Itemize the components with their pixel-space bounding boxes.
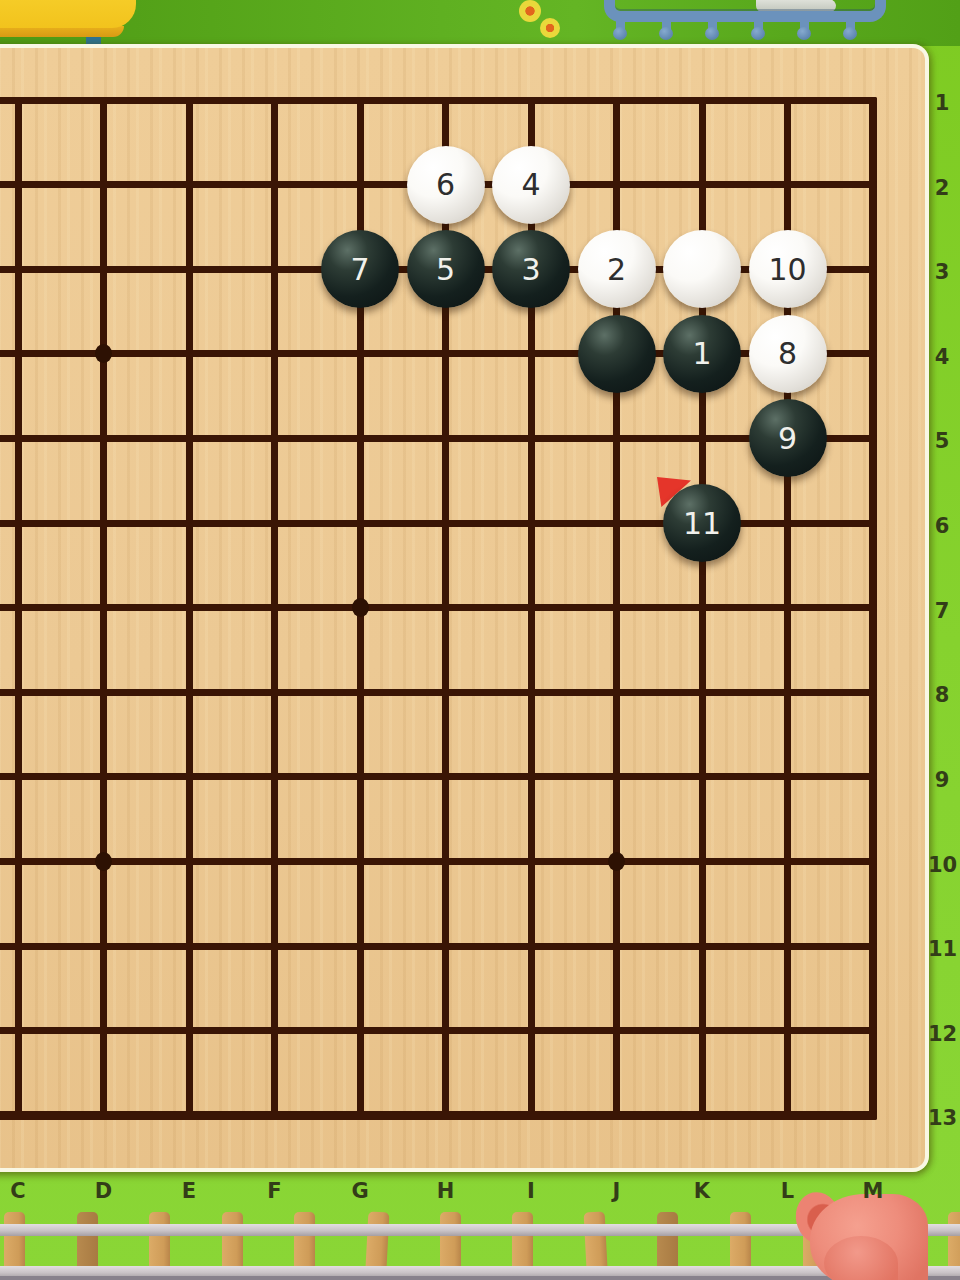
col-label-E: E: [173, 1178, 205, 1204]
stone-black-J4[interactable]: [578, 315, 656, 393]
row-label-2: 2: [928, 175, 956, 201]
stone-black-K6[interactable]: 11: [663, 484, 741, 562]
star-point-D4: [95, 344, 112, 363]
col-label-L: L: [772, 1178, 804, 1204]
grid-line-row-9: [0, 773, 877, 780]
stone-white-K3[interactable]: [663, 230, 741, 308]
grid-line-row-10: [0, 858, 877, 865]
star-point-G7: [352, 598, 369, 617]
stone-black-K4[interactable]: 1: [663, 315, 741, 393]
stone-black-H3[interactable]: 5: [407, 230, 485, 308]
row-label-13: 13: [928, 1105, 956, 1131]
grid-line-row-13: [0, 1111, 877, 1120]
row-label-6: 6: [928, 513, 956, 539]
stone-white-L4[interactable]: 8: [749, 315, 827, 393]
stone-black-I3[interactable]: 3: [492, 230, 570, 308]
row-label-9: 9: [928, 767, 956, 793]
stone-white-H2[interactable]: 6: [407, 146, 485, 224]
stone-black-G3[interactable]: 7: [321, 230, 399, 308]
stone-white-L3[interactable]: 10: [749, 230, 827, 308]
row-label-4: 4: [928, 344, 956, 370]
grid-line-row-5: [0, 435, 877, 442]
star-point-D10: [95, 852, 112, 871]
grid-line-row-12: [0, 1027, 877, 1034]
col-label-I: I: [515, 1178, 547, 1204]
col-label-J: J: [601, 1178, 633, 1204]
stone-white-J3[interactable]: 2: [578, 230, 656, 308]
stone-black-L5[interactable]: 9: [749, 399, 827, 477]
row-label-12: 12: [928, 1021, 956, 1047]
row-label-1: 1: [928, 90, 956, 116]
col-label-K: K: [686, 1178, 718, 1204]
row-label-10: 10: [928, 852, 956, 878]
stone-white-I2[interactable]: 4: [492, 146, 570, 224]
row-label-7: 7: [928, 598, 956, 624]
row-label-5: 5: [928, 428, 956, 454]
star-point-J10: [608, 852, 625, 871]
col-label-D: D: [88, 1178, 120, 1204]
grid-line-row-1: [0, 97, 877, 104]
go-app-screen: 6475321018911CDEFGHIJKLM1234567891011121…: [0, 0, 960, 1280]
go-board-layer: 6475321018911CDEFGHIJKLM1234567891011121…: [0, 0, 960, 1280]
grid-line-row-6: [0, 520, 877, 527]
grid-line-row-7: [0, 604, 877, 611]
col-label-G: G: [344, 1178, 376, 1204]
grid-line-row-8: [0, 689, 877, 696]
col-label-M: M: [857, 1178, 889, 1204]
grid-line-row-11: [0, 943, 877, 950]
row-label-3: 3: [928, 259, 956, 285]
row-label-11: 11: [928, 936, 956, 962]
col-label-F: F: [259, 1178, 291, 1204]
col-label-C: C: [2, 1178, 34, 1204]
row-label-8: 8: [928, 682, 956, 708]
col-label-H: H: [430, 1178, 462, 1204]
grid-line-row-4: [0, 350, 877, 357]
